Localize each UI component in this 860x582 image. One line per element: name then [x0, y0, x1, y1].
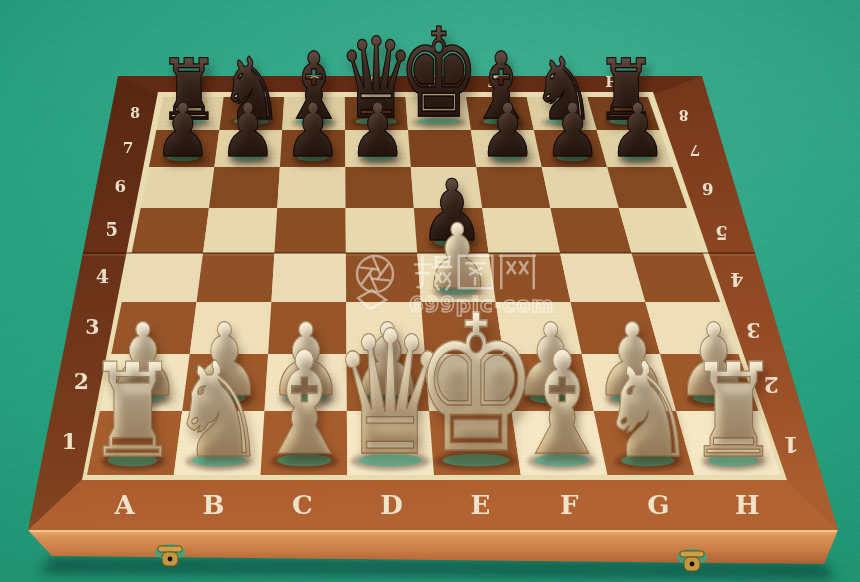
- felt-pad-h8: [610, 118, 642, 125]
- frame-bottom-light: [28, 475, 838, 530]
- file-label-g-bottom: G: [647, 490, 670, 520]
- rank-label-1-right: 1: [783, 432, 799, 459]
- rank-label-6-left: 6: [115, 176, 127, 196]
- felt-pad-g8: [546, 118, 580, 125]
- felt-pad-f8: [483, 118, 518, 125]
- felt-pad-c8: [296, 118, 331, 125]
- file-label-d-bottom: D: [380, 490, 404, 520]
- file-label-c-top: C: [309, 72, 321, 90]
- felt-pad-c1: [277, 454, 332, 467]
- rank-label-5-right: 5: [715, 222, 727, 243]
- felt-pad-f1: [535, 454, 590, 467]
- felt-pad-a2: [122, 392, 164, 403]
- file-label-a-top: A: [190, 72, 203, 90]
- file-label-f-top: F: [488, 72, 499, 90]
- rank-label-5-left: 5: [106, 219, 118, 240]
- felt-pad-g7: [557, 154, 588, 161]
- felt-pad-h7: [622, 154, 653, 161]
- felt-pad-g1: [621, 454, 674, 467]
- file-label-g-top: G: [546, 72, 559, 90]
- file-label-a-bottom: A: [113, 490, 135, 520]
- felt-pad-d7: [362, 154, 393, 161]
- felt-pad-h2: [693, 392, 735, 403]
- file-label-e-bottom: E: [470, 490, 491, 520]
- file-label-h-top: H: [605, 72, 619, 90]
- felt-pad-f7: [492, 154, 523, 161]
- felt-pad-g2: [611, 392, 653, 403]
- felt-pad-d1: [358, 454, 421, 467]
- felt-pad-c2: [285, 392, 327, 403]
- rank-label-8-right: 8: [679, 107, 689, 123]
- felt-pad-b1: [192, 454, 245, 467]
- file-label-d-top: D: [368, 72, 381, 90]
- file-label-c-bottom: C: [292, 490, 314, 520]
- felt-pad-f2: [530, 392, 572, 403]
- felt-pad-c7: [297, 154, 328, 161]
- felt-pad-e5: [434, 238, 469, 247]
- file-label-f-bottom: F: [560, 490, 579, 520]
- felt-pad-b7: [232, 154, 263, 161]
- rank-label-2-right: 2: [764, 372, 779, 397]
- felt-pad-a7: [167, 154, 198, 161]
- rank-label-2-left: 2: [74, 369, 89, 394]
- file-label-h-bottom: H: [735, 490, 761, 520]
- rank-label-6-right: 6: [702, 179, 714, 199]
- chessboard-photo-scene: AABBCCDDEEFFGGHH8877665544332211 ♜♞♝♛♚♝♞…: [0, 0, 860, 582]
- felt-pad-b2: [203, 392, 245, 403]
- rank-label-3-left: 3: [85, 315, 99, 339]
- rank-label-4-left: 4: [96, 265, 109, 288]
- file-label-e-top: E: [428, 72, 439, 90]
- felt-pad-a1: [108, 454, 158, 467]
- rank-label-7-left: 7: [123, 139, 134, 157]
- rank-label-3-right: 3: [746, 318, 760, 342]
- rank-label-4-right: 4: [730, 268, 743, 291]
- felt-pad-d2: [367, 392, 409, 403]
- file-label-b-bottom: B: [203, 490, 226, 520]
- felt-pad-e4: [439, 285, 477, 295]
- felt-pad-e8: [417, 118, 461, 125]
- chess-board: AABBCCDDEEFFGGHH8877665544332211: [0, 0, 860, 582]
- rank-label-1-left: 1: [61, 427, 77, 454]
- rank-label-8-left: 8: [130, 105, 140, 121]
- felt-pad-b8: [234, 118, 268, 125]
- felt-pad-d8: [356, 118, 397, 125]
- felt-pad-a8: [173, 118, 205, 125]
- felt-pad-h1: [709, 454, 759, 467]
- file-label-b-top: B: [249, 72, 262, 90]
- felt-pad-e1: [442, 454, 509, 467]
- rank-label-7-right: 7: [690, 141, 701, 159]
